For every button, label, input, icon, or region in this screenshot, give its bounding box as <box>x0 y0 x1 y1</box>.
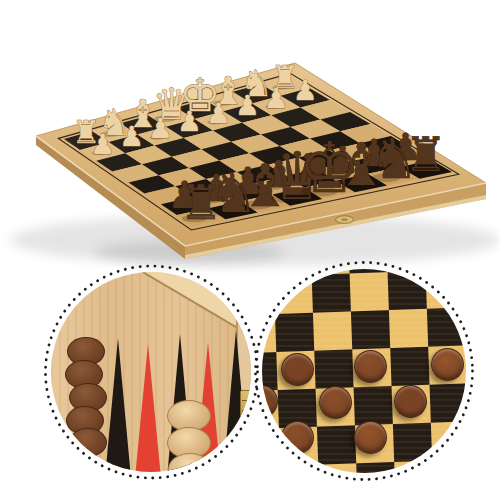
chess-piece-white-p: ♟ <box>90 128 115 161</box>
checkers-disc <box>354 350 387 383</box>
chess-piece-white-p: ♟ <box>148 112 173 145</box>
checkers-disc <box>354 421 387 454</box>
checkers-disc <box>281 353 314 386</box>
chess-piece-black-r: ♜ <box>404 126 447 182</box>
chess-piece-white-p: ♟ <box>264 82 289 115</box>
chess-piece-white-p: ♟ <box>177 105 202 138</box>
checkers-inset-photo <box>262 269 466 473</box>
checkers-disc <box>431 348 464 381</box>
backgammon-inset-photo <box>51 272 251 472</box>
chess-piece-white-p: ♟ <box>206 97 231 130</box>
product-photo: ♜♞♝♛♚♝♞♜♟♟♟♟♟♟♟♟♟♟♟♟♟♟♟♟♜♞♝♛♚♝♞♜ <box>0 0 500 500</box>
chess-piece-white-p: ♟ <box>235 89 260 122</box>
checkers-disc <box>394 385 427 418</box>
chess-piece-white-p: ♟ <box>119 120 144 153</box>
chess-piece-white-p: ♟ <box>293 74 318 107</box>
checkers-disc <box>319 386 352 419</box>
